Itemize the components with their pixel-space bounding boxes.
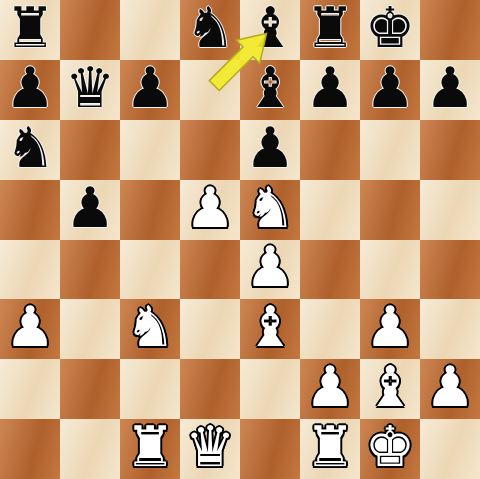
piece-black-pawn[interactable]: ♟ bbox=[245, 120, 295, 176]
square-d8[interactable]: ♞ bbox=[180, 0, 240, 60]
square-b3[interactable] bbox=[60, 299, 120, 359]
square-h8[interactable] bbox=[420, 0, 480, 60]
piece-black-pawn[interactable]: ♟ bbox=[365, 60, 415, 116]
piece-black-pawn[interactable]: ♟ bbox=[65, 180, 115, 236]
square-a6[interactable]: ♞ bbox=[0, 120, 60, 180]
piece-black-pawn[interactable]: ♟ bbox=[5, 60, 55, 116]
square-e3[interactable]: ♝ bbox=[240, 299, 300, 359]
square-d5[interactable]: ♟ bbox=[180, 180, 240, 240]
square-g1[interactable]: ♚ bbox=[360, 419, 420, 479]
square-b5[interactable]: ♟ bbox=[60, 180, 120, 240]
square-c3[interactable]: ♞ bbox=[120, 299, 180, 359]
square-c5[interactable] bbox=[120, 180, 180, 240]
square-c1[interactable]: ♜ bbox=[120, 419, 180, 479]
square-h7[interactable]: ♟ bbox=[420, 60, 480, 120]
piece-white-pawn[interactable]: ♟ bbox=[245, 240, 295, 296]
piece-black-bishop[interactable]: ♝ bbox=[245, 0, 295, 56]
square-b7[interactable]: ♛ bbox=[60, 60, 120, 120]
chess-board-wrapper: ♜♞♝♜♚♟♛♟♝♟♟♟♞♟♟♟♞♟♟♞♝♟♟♝♟♜♛♜♚ bbox=[0, 0, 480, 479]
piece-white-bishop[interactable]: ♝ bbox=[245, 299, 295, 355]
square-h3[interactable] bbox=[420, 299, 480, 359]
square-h5[interactable] bbox=[420, 180, 480, 240]
square-f2[interactable]: ♟ bbox=[300, 359, 360, 419]
square-d6[interactable] bbox=[180, 120, 240, 180]
square-d1[interactable]: ♛ bbox=[180, 419, 240, 479]
piece-black-pawn[interactable]: ♟ bbox=[305, 60, 355, 116]
square-g5[interactable] bbox=[360, 180, 420, 240]
square-c7[interactable]: ♟ bbox=[120, 60, 180, 120]
square-b6[interactable] bbox=[60, 120, 120, 180]
square-f5[interactable] bbox=[300, 180, 360, 240]
square-h1[interactable] bbox=[420, 419, 480, 479]
piece-black-king[interactable]: ♚ bbox=[365, 0, 415, 56]
square-g8[interactable]: ♚ bbox=[360, 0, 420, 60]
square-f8[interactable]: ♜ bbox=[300, 0, 360, 60]
square-g4[interactable] bbox=[360, 240, 420, 300]
square-f3[interactable] bbox=[300, 299, 360, 359]
square-a4[interactable] bbox=[0, 240, 60, 300]
square-a7[interactable]: ♟ bbox=[0, 60, 60, 120]
piece-white-pawn[interactable]: ♟ bbox=[5, 299, 55, 355]
square-e5[interactable]: ♞ bbox=[240, 180, 300, 240]
square-f4[interactable] bbox=[300, 240, 360, 300]
square-d4[interactable] bbox=[180, 240, 240, 300]
piece-black-queen[interactable]: ♛ bbox=[65, 60, 115, 116]
piece-black-knight[interactable]: ♞ bbox=[5, 120, 55, 176]
square-b4[interactable] bbox=[60, 240, 120, 300]
piece-white-queen[interactable]: ♛ bbox=[185, 419, 235, 475]
square-e4[interactable]: ♟ bbox=[240, 240, 300, 300]
square-b2[interactable] bbox=[60, 359, 120, 419]
piece-white-bishop[interactable]: ♝ bbox=[365, 359, 415, 415]
piece-black-pawn[interactable]: ♟ bbox=[125, 60, 175, 116]
chess-board: ♜♞♝♜♚♟♛♟♝♟♟♟♞♟♟♟♞♟♟♞♝♟♟♝♟♜♛♜♚ bbox=[0, 0, 480, 479]
square-c2[interactable] bbox=[120, 359, 180, 419]
piece-white-rook[interactable]: ♜ bbox=[125, 419, 175, 475]
piece-white-rook[interactable]: ♜ bbox=[305, 419, 355, 475]
square-e2[interactable] bbox=[240, 359, 300, 419]
square-c8[interactable] bbox=[120, 0, 180, 60]
square-d3[interactable] bbox=[180, 299, 240, 359]
piece-black-pawn[interactable]: ♟ bbox=[425, 60, 475, 116]
square-a1[interactable] bbox=[0, 419, 60, 479]
square-a5[interactable] bbox=[0, 180, 60, 240]
piece-black-knight[interactable]: ♞ bbox=[185, 0, 235, 56]
square-a8[interactable]: ♜ bbox=[0, 0, 60, 60]
square-b8[interactable] bbox=[60, 0, 120, 60]
square-e8[interactable]: ♝ bbox=[240, 0, 300, 60]
square-h4[interactable] bbox=[420, 240, 480, 300]
piece-white-king[interactable]: ♚ bbox=[365, 419, 415, 475]
square-b1[interactable] bbox=[60, 419, 120, 479]
square-e1[interactable] bbox=[240, 419, 300, 479]
square-f7[interactable]: ♟ bbox=[300, 60, 360, 120]
square-e6[interactable]: ♟ bbox=[240, 120, 300, 180]
square-g3[interactable]: ♟ bbox=[360, 299, 420, 359]
square-c6[interactable] bbox=[120, 120, 180, 180]
piece-black-rook[interactable]: ♜ bbox=[5, 0, 55, 56]
square-g7[interactable]: ♟ bbox=[360, 60, 420, 120]
square-d7[interactable] bbox=[180, 60, 240, 120]
square-d2[interactable] bbox=[180, 359, 240, 419]
piece-black-bishop[interactable]: ♝ bbox=[245, 60, 295, 116]
square-g6[interactable] bbox=[360, 120, 420, 180]
piece-white-pawn[interactable]: ♟ bbox=[425, 359, 475, 415]
square-a2[interactable] bbox=[0, 359, 60, 419]
square-a3[interactable]: ♟ bbox=[0, 299, 60, 359]
piece-white-knight[interactable]: ♞ bbox=[245, 180, 295, 236]
piece-white-pawn[interactable]: ♟ bbox=[365, 299, 415, 355]
piece-white-knight[interactable]: ♞ bbox=[125, 299, 175, 355]
square-f1[interactable]: ♜ bbox=[300, 419, 360, 479]
square-h2[interactable]: ♟ bbox=[420, 359, 480, 419]
square-e7[interactable]: ♝ bbox=[240, 60, 300, 120]
square-c4[interactable] bbox=[120, 240, 180, 300]
square-g2[interactable]: ♝ bbox=[360, 359, 420, 419]
piece-black-rook[interactable]: ♜ bbox=[305, 0, 355, 56]
piece-white-pawn[interactable]: ♟ bbox=[185, 180, 235, 236]
piece-white-pawn[interactable]: ♟ bbox=[305, 359, 355, 415]
square-h6[interactable] bbox=[420, 120, 480, 180]
square-f6[interactable] bbox=[300, 120, 360, 180]
